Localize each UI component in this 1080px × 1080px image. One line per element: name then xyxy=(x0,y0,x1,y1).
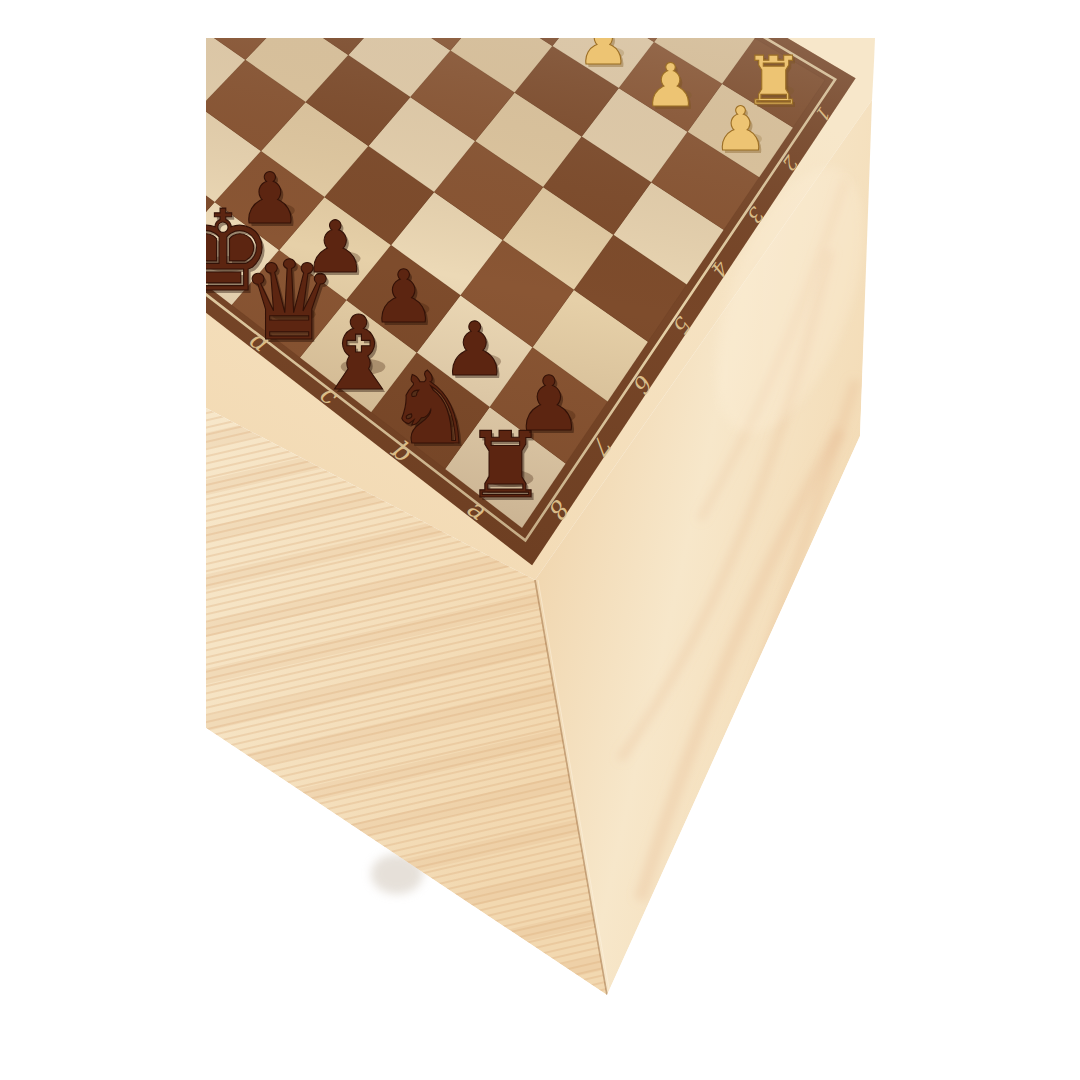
file-label-e: e xyxy=(177,273,207,306)
square-g7[interactable] xyxy=(94,65,200,156)
board-photo-svg: abcdefgh87654321♜♜♞♞♝♝♛♛♚♚♟♟♟♟♟♟♟♟♟♟♜♜♟♟… xyxy=(0,0,1080,1080)
svg-text:♟: ♟ xyxy=(303,205,367,289)
square-h7[interactable] xyxy=(38,25,141,112)
square-e2[interactable] xyxy=(428,0,525,6)
piece-black-pawn-b7[interactable]: ♟♟ xyxy=(442,306,511,395)
piece-black-pawn-d7[interactable]: ♟♟ xyxy=(303,205,370,292)
file-label-h: h xyxy=(0,132,23,164)
square-c1[interactable] xyxy=(588,0,687,42)
piece-black-pawn-a7[interactable]: ♟♟ xyxy=(515,360,585,451)
square-h5[interactable] xyxy=(134,0,232,20)
square-f3[interactable] xyxy=(330,0,428,10)
svg-text:♟: ♟ xyxy=(371,254,436,339)
piece-white-pawn-a2[interactable]: ♟♟ xyxy=(713,93,770,167)
svg-text:♟: ♟ xyxy=(577,9,630,78)
square-h8[interactable] xyxy=(0,71,94,162)
square-f8[interactable] xyxy=(104,156,215,255)
svg-text:♟: ♟ xyxy=(238,157,301,240)
square-g8[interactable] xyxy=(44,112,152,207)
svg-text:♟: ♟ xyxy=(644,50,698,120)
svg-text:♟: ♟ xyxy=(515,360,583,448)
file-label-f: f xyxy=(115,226,144,257)
square-h6[interactable] xyxy=(87,0,188,65)
piece-white-pawn-b2[interactable]: ♟♟ xyxy=(644,50,700,123)
svg-text:♟: ♟ xyxy=(442,306,509,392)
square-g4[interactable] xyxy=(232,0,330,15)
piece-black-pawn-e7[interactable]: ♟♟ xyxy=(238,157,304,243)
piece-white-pawn-c2[interactable]: ♟♟ xyxy=(577,9,632,81)
piece-black-pawn-c7[interactable]: ♟♟ xyxy=(371,254,439,342)
svg-text:♟: ♟ xyxy=(713,93,768,164)
chess-table: abcdefgh87654321♜♜♞♞♝♝♛♛♚♚♟♟♟♟♟♟♟♟♟♟♜♜♟♟… xyxy=(0,0,894,995)
chess-table-scene: abcdefgh87654321♜♜♞♞♝♝♛♛♚♚♟♟♟♟♟♟♟♟♟♟♜♜♟♟… xyxy=(0,0,1080,1080)
square-d1[interactable] xyxy=(526,0,623,2)
file-label-g: g xyxy=(51,176,82,209)
